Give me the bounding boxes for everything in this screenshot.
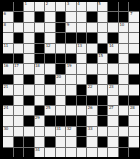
black-cell-r8c5 [45, 75, 55, 84]
crossword-cell-r9c10[interactable] [98, 85, 108, 94]
black-cell-r15c13 [129, 148, 139, 157]
black-cell-r4c9 [87, 33, 97, 42]
crossword-cell-r2c13[interactable]: 7 [129, 12, 139, 21]
crossword-cell-r1c5[interactable]: 2 [45, 2, 55, 11]
crossword-cell-r12c11[interactable] [108, 116, 118, 125]
crossword-cell-r13c7[interactable]: 32 [66, 127, 76, 136]
black-cell-r5c10 [98, 44, 108, 53]
crossword-cell-r4c12[interactable] [119, 33, 129, 42]
crossword-cell-r3c12[interactable]: 10 [119, 23, 129, 32]
crossword-cell-r3c13[interactable] [129, 23, 139, 32]
crossword-cell-r5c2[interactable] [14, 44, 24, 53]
crossword-page: 1234567891011121314151617181920212223242… [0, 0, 140, 159]
crossword-cell-r7c10[interactable] [98, 64, 108, 73]
crossword-cell-r15c8[interactable] [77, 148, 87, 157]
black-cell-r6c6 [56, 54, 66, 63]
black-cell-r1c13 [129, 2, 139, 11]
crossword-cell-r14c1[interactable] [3, 137, 13, 146]
crossword-cell-r5c9[interactable] [87, 44, 97, 53]
black-cell-r15c2 [14, 148, 24, 157]
crossword-cell-r1c3[interactable]: 1 [24, 2, 34, 11]
crossword-cell-r15c7[interactable] [66, 148, 76, 157]
crossword-cell-r3c3[interactable] [24, 23, 34, 32]
crossword-cell-r9c2[interactable] [14, 85, 24, 94]
black-cell-r2c4 [35, 12, 45, 21]
crossword-cell-r3c11[interactable] [108, 23, 118, 32]
crossword-cell-r15c11[interactable] [108, 148, 118, 157]
crossword-cell-r7c11[interactable] [108, 64, 118, 73]
black-cell-r4c11 [108, 33, 118, 42]
crossword-cell-r14c9[interactable] [87, 137, 97, 146]
clue-number-23: 23 [109, 85, 114, 89]
clue-number-24: 24 [4, 106, 9, 110]
black-cell-r14c8 [77, 137, 87, 146]
crossword-cell-r8c8[interactable] [77, 75, 87, 84]
crossword-cell-r8c4[interactable] [35, 75, 45, 84]
black-cell-r1c11 [108, 2, 118, 11]
clue-number-12: 12 [46, 44, 51, 48]
black-cell-r14c12 [119, 137, 129, 146]
crossword-cell-r7c12[interactable] [119, 64, 129, 73]
black-cell-r10c7 [66, 96, 76, 105]
crossword-cell-r5c7[interactable] [66, 44, 76, 53]
crossword-cell-r5c5[interactable]: 12 [45, 44, 55, 53]
black-cell-r2c2 [14, 12, 24, 21]
black-cell-r12c5 [45, 116, 55, 125]
clue-number-19: 19 [67, 64, 72, 68]
crossword-cell-r3c1[interactable]: 8 [3, 23, 13, 32]
crossword-cell-r9c4[interactable] [35, 85, 45, 94]
crossword-cell-r6c12[interactable] [119, 54, 129, 63]
black-cell-r8c3 [24, 75, 34, 84]
crossword-cell-r3c4[interactable] [35, 23, 45, 32]
clue-number-21: 21 [4, 85, 9, 89]
black-cell-r14c2 [14, 137, 24, 146]
clue-number-10: 10 [119, 23, 124, 27]
black-cell-r15c12 [119, 148, 129, 157]
crossword-cell-r15c6[interactable] [56, 148, 66, 157]
black-cell-r12c10 [98, 116, 108, 125]
black-cell-r15c3 [24, 148, 34, 157]
black-cell-r11c10 [98, 106, 108, 115]
crossword-cell-r13c3[interactable] [24, 127, 34, 136]
crossword-cell-r9c9[interactable]: 22 [87, 85, 97, 94]
crossword-cell-r1c7[interactable]: 3 [66, 2, 76, 11]
crossword-cell-r5c12[interactable] [119, 44, 129, 53]
crossword-cell-r11c3[interactable] [24, 106, 34, 115]
crossword-cell-r11c9[interactable]: 26 [87, 106, 97, 115]
black-cell-r4c6 [56, 33, 66, 42]
crossword-cell-r8c10[interactable] [98, 75, 108, 84]
crossword-cell-r14c13[interactable] [129, 137, 139, 146]
crossword-cell-r13c2[interactable] [14, 127, 24, 136]
black-cell-r10c3 [24, 96, 34, 105]
crossword-cell-r5c11[interactable]: 14 [108, 44, 118, 53]
clue-number-25: 25 [46, 106, 51, 110]
black-cell-r2c9 [87, 12, 97, 21]
clue-number-22: 22 [88, 85, 93, 89]
black-cell-r8c1 [3, 75, 13, 84]
crossword-cell-r9c13[interactable] [129, 85, 139, 94]
black-cell-r12c7 [66, 116, 76, 125]
crossword-cell-r4c1[interactable] [3, 33, 13, 42]
clue-number-9: 9 [67, 23, 69, 27]
clue-number-18: 18 [35, 64, 40, 68]
crossword-cell-r9c6[interactable] [56, 85, 66, 94]
black-cell-r3c6 [56, 23, 66, 32]
crossword-cell-r3c10[interactable] [98, 23, 108, 32]
black-cell-r1c2 [14, 2, 24, 11]
clue-number-14: 14 [109, 44, 114, 48]
crossword-cell-r7c5[interactable] [45, 64, 55, 73]
crossword-cell-r13c9[interactable]: 33 [87, 127, 97, 136]
black-cell-r6c9 [87, 54, 97, 63]
crossword-cell-r11c12[interactable] [119, 106, 129, 115]
crossword-cell-r7c4[interactable]: 18 [35, 64, 45, 73]
crossword-cell-r9c7[interactable] [66, 85, 76, 94]
crossword-grid: 1234567891011121314151617181920212223242… [3, 2, 139, 157]
crossword-cell-r7c7[interactable]: 19 [66, 64, 76, 73]
black-cell-r10c1 [3, 96, 13, 105]
crossword-cell-r5c6[interactable] [56, 44, 66, 53]
crossword-cell-r13c5[interactable] [45, 127, 55, 136]
crossword-cell-r14c11[interactable] [108, 137, 118, 146]
black-cell-r1c1 [3, 2, 13, 11]
clue-number-33: 33 [88, 127, 93, 131]
crossword-cell-r13c1[interactable]: 30 [3, 127, 13, 136]
clue-number-13: 13 [77, 44, 82, 48]
black-cell-r6c1 [3, 54, 13, 63]
crossword-cell-r14c7[interactable] [66, 137, 76, 146]
crossword-cell-r8c7[interactable] [66, 75, 76, 84]
crossword-cell-r11c11[interactable]: 27 [108, 106, 118, 115]
crossword-cell-r4c5[interactable] [45, 33, 55, 42]
crossword-cell-r6c3[interactable] [24, 54, 34, 63]
clue-number-3: 3 [67, 2, 69, 6]
crossword-cell-r9c12[interactable] [119, 85, 129, 94]
black-cell-r10c9 [87, 96, 97, 105]
crossword-cell-r11c7[interactable] [66, 106, 76, 115]
crossword-cell-r7c1[interactable]: 16 [3, 64, 13, 73]
crossword-cell-r5c8[interactable]: 13 [77, 44, 87, 53]
crossword-cell-r11c2[interactable] [14, 106, 24, 115]
crossword-cell-r4c3[interactable] [24, 33, 34, 42]
crossword-cell-r13c12[interactable] [119, 127, 129, 136]
black-cell-r8c9 [87, 75, 97, 84]
crossword-cell-r12c2[interactable] [14, 116, 24, 125]
crossword-cell-r1c8[interactable]: 4 [77, 2, 87, 11]
crossword-cell-r11c6[interactable] [56, 106, 66, 115]
black-cell-r6c13 [129, 54, 139, 63]
crossword-cell-r3c2[interactable] [14, 23, 24, 32]
crossword-cell-r14c6[interactable] [56, 137, 66, 146]
clue-number-26: 26 [88, 106, 93, 110]
clue-number-30: 30 [4, 127, 9, 131]
crossword-cell-r5c1[interactable]: 11 [3, 44, 13, 53]
crossword-cell-r10c4[interactable] [35, 96, 45, 105]
black-cell-r12c8 [77, 116, 87, 125]
crossword-cell-r4c10[interactable] [98, 33, 108, 42]
crossword-cell-r14c4[interactable] [35, 137, 45, 146]
black-cell-r6c11 [108, 54, 118, 63]
crossword-cell-r10c11[interactable] [108, 96, 118, 105]
black-cell-r9c8 [77, 85, 87, 94]
crossword-cell-r8c12[interactable] [119, 75, 129, 84]
crossword-cell-r7c3[interactable] [24, 64, 34, 73]
crossword-cell-r5c13[interactable] [129, 44, 139, 53]
crossword-cell-r9c11[interactable]: 23 [108, 85, 118, 94]
clue-number-17: 17 [14, 64, 19, 68]
black-cell-r10c13 [129, 96, 139, 105]
crossword-cell-r3c9[interactable] [87, 23, 97, 32]
crossword-cell-r12c4[interactable]: 29 [35, 116, 45, 125]
black-cell-r10c5 [45, 96, 55, 105]
crossword-cell-r13c6[interactable]: 31 [56, 127, 66, 136]
black-cell-r4c8 [77, 33, 87, 42]
clue-number-1: 1 [25, 2, 27, 6]
black-cell-r7c6 [56, 64, 66, 73]
crossword-cell-r3c7[interactable]: 9 [66, 23, 76, 32]
crossword-cell-r8c6[interactable]: 20 [56, 75, 66, 84]
black-cell-r14c10 [98, 137, 108, 146]
crossword-cell-r2c3[interactable] [24, 12, 34, 21]
crossword-cell-r11c8[interactable] [77, 106, 87, 115]
clue-number-5: 5 [98, 2, 100, 6]
crossword-cell-r3c5[interactable] [45, 23, 55, 32]
crossword-cell-r2c5[interactable] [45, 12, 55, 21]
crossword-cell-r2c7[interactable] [66, 12, 76, 21]
clue-number-6: 6 [4, 12, 6, 16]
clue-number-28: 28 [130, 106, 135, 110]
crossword-cell-r1c4[interactable] [35, 2, 45, 11]
clue-number-2: 2 [46, 2, 48, 6]
crossword-cell-r13c11[interactable] [108, 127, 118, 136]
crossword-cell-r2c10[interactable] [98, 12, 108, 21]
black-cell-r6c2 [14, 54, 24, 63]
black-cell-r2c11 [108, 12, 118, 21]
black-cell-r10c8 [77, 96, 87, 105]
black-cell-r12c6 [56, 116, 66, 125]
crossword-cell-r7c2[interactable]: 17 [14, 64, 24, 73]
black-cell-r10c10 [98, 96, 108, 105]
crossword-cell-r1c9[interactable] [87, 2, 97, 11]
black-cell-r15c1 [3, 148, 13, 157]
black-cell-r8c11 [108, 75, 118, 84]
crossword-cell-r15c4[interactable]: 34 [35, 148, 45, 157]
clue-number-29: 29 [35, 116, 40, 120]
black-cell-r6c7 [66, 54, 76, 63]
black-cell-r12c12 [119, 116, 129, 125]
clue-number-4: 4 [77, 2, 79, 6]
black-cell-r13c8 [77, 127, 87, 136]
crossword-cell-r15c9[interactable] [87, 148, 97, 157]
crossword-cell-r15c10[interactable] [98, 148, 108, 157]
black-cell-r8c13 [129, 75, 139, 84]
crossword-cell-r10c2[interactable] [14, 96, 24, 105]
crossword-cell-r2c1[interactable]: 6 [3, 12, 13, 21]
black-cell-r4c7 [66, 33, 76, 42]
black-cell-r6c4 [35, 54, 45, 63]
black-cell-r12c3 [24, 116, 34, 125]
clue-number-32: 32 [67, 127, 72, 131]
crossword-cell-r4c13[interactable] [129, 33, 139, 42]
crossword-cell-r1c10[interactable]: 5 [98, 2, 108, 11]
crossword-cell-r7c9[interactable] [87, 64, 97, 73]
crossword-cell-r9c1[interactable]: 21 [3, 85, 13, 94]
crossword-cell-r3c8[interactable] [77, 23, 87, 32]
clue-number-27: 27 [109, 106, 114, 110]
crossword-cell-r10c6[interactable] [56, 96, 66, 105]
crossword-cell-r6c10[interactable]: 15 [98, 54, 108, 63]
clue-number-7: 7 [130, 12, 132, 16]
crossword-cell-r9c5[interactable] [45, 85, 55, 94]
crossword-cell-r11c13[interactable]: 28 [129, 106, 139, 115]
crossword-cell-r7c8[interactable] [77, 64, 87, 73]
crossword-cell-r12c13[interactable] [129, 116, 139, 125]
crossword-cell-r15c5[interactable] [45, 148, 55, 157]
clue-number-34: 34 [35, 148, 40, 152]
black-cell-r4c4 [35, 33, 45, 42]
black-cell-r5c4 [35, 44, 45, 53]
crossword-cell-r12c9[interactable] [87, 116, 97, 125]
clue-number-11: 11 [4, 44, 9, 48]
crossword-cell-r6c8[interactable] [77, 54, 87, 63]
crossword-cell-r5c3[interactable] [24, 44, 34, 53]
crossword-cell-r11c5[interactable]: 25 [45, 106, 55, 115]
clue-number-20: 20 [56, 75, 61, 79]
black-cell-r14c3 [24, 137, 34, 146]
black-cell-r11c4 [35, 106, 45, 115]
black-cell-r6c5 [45, 54, 55, 63]
crossword-cell-r13c10[interactable] [98, 127, 108, 136]
black-cell-r1c12 [119, 2, 129, 11]
crossword-cell-r1c6[interactable] [56, 2, 66, 11]
black-cell-r10c12 [119, 96, 129, 105]
black-cell-r14c5 [45, 137, 55, 146]
crossword-cell-r7c13[interactable] [129, 64, 139, 73]
crossword-cell-r13c4[interactable] [35, 127, 45, 136]
crossword-cell-r11c1[interactable]: 24 [3, 106, 13, 115]
clue-number-16: 16 [4, 64, 9, 68]
clue-number-8: 8 [4, 23, 6, 27]
black-cell-r4c2 [14, 33, 24, 42]
crossword-cell-r8c2[interactable] [14, 75, 24, 84]
crossword-cell-r9c3[interactable] [24, 85, 34, 94]
crossword-cell-r2c8[interactable] [77, 12, 87, 21]
crossword-cell-r12c1[interactable] [3, 116, 13, 125]
black-cell-r2c6 [56, 12, 66, 21]
black-cell-r2c12 [119, 12, 129, 21]
crossword-cell-r13c13[interactable] [129, 127, 139, 136]
clue-number-15: 15 [98, 54, 103, 58]
clue-number-31: 31 [56, 127, 61, 131]
